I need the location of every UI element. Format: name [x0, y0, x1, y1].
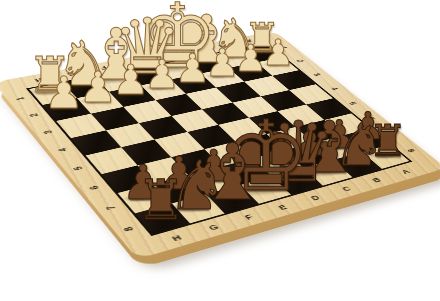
piece-black-rook-h8[interactable]: ♜ — [133, 173, 188, 225]
piece-white-pawn-h2[interactable]: ♟ — [42, 71, 86, 113]
chess-set-photo: HGFEDCBA HGFEDCBA 12345678 12345678 ♜♞♝♛… — [0, 0, 440, 301]
rook-glyph: ♜ — [136, 173, 185, 228]
chess-set-scene: HGFEDCBA HGFEDCBA 12345678 12345678 ♜♞♝♛… — [0, 0, 440, 301]
pawn-glyph: ♟ — [44, 71, 84, 115]
pieces-layer: ♜♞♝♛♚♝♞♜♟♟♟♟♟♟♟♟♟♟♟♟♟♟♟♟♜♞♝♚♛♝♞♜ — [0, 0, 440, 301]
